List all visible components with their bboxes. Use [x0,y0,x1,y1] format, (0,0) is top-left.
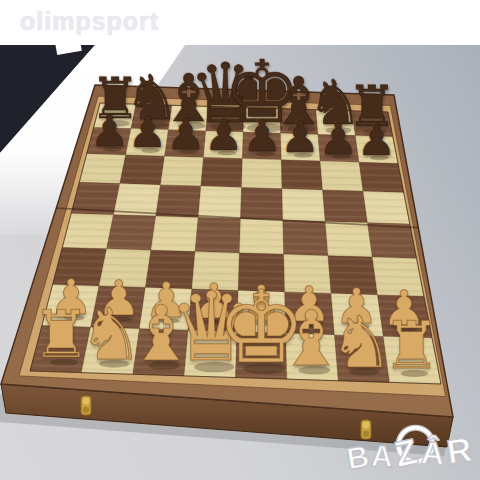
bazar-letter: R [445,430,475,472]
bazar-letter: A [371,439,394,474]
chess-board [0,0,480,480]
bazar-letter: Â [420,434,445,472]
bazar-letter: B [345,439,372,476]
chess-set-photo: olimpsport ♜♞♝♛♚♝♞♜♟♟♟♟♟♟♟♟♟♟♟♟♟♟♟♟♜♞♝♛♚… [0,0,480,480]
watermark-bazar-logo: B A Z Â R [346,429,473,477]
brass-hinge-icon [81,396,91,415]
